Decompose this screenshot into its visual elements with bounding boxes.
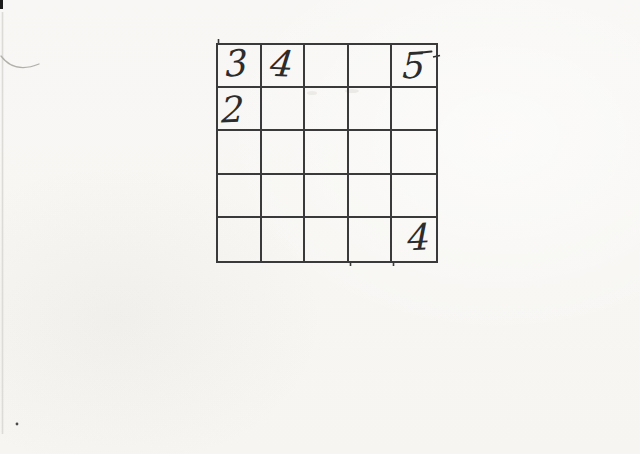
grid-cell-r2c4	[349, 88, 393, 131]
pencil-arc-mark	[1, 56, 39, 67]
grid-cell-r4c4	[349, 175, 393, 218]
grid-cell-r4c2	[262, 175, 306, 218]
grid-cell-r4c5	[392, 175, 436, 218]
handwritten-digit: 3	[221, 45, 247, 83]
grid-cell-r5c5: 4	[392, 218, 436, 261]
grid-cell-r1c5: 5	[392, 45, 436, 88]
grid-cell-r5c3	[305, 218, 349, 261]
grid-cell-r1c1: 3	[218, 45, 262, 88]
grid-cell-r2c5	[392, 88, 436, 131]
scanned-paper-sheet: 34524	[0, 0, 640, 454]
handwritten-digit: 5	[398, 47, 422, 84]
grid-cell-r1c4	[349, 45, 393, 88]
grid-cell-r1c3	[305, 45, 349, 88]
ink-dot	[16, 423, 19, 426]
grid-cell-r4c3	[305, 175, 349, 218]
puzzle-grid: 34524	[216, 43, 438, 263]
grid-cell-r2c1: 2	[218, 88, 262, 131]
grid-cell-r2c2	[262, 88, 306, 131]
grid-cell-r3c3	[305, 131, 349, 174]
handwritten-digit: 2	[218, 91, 242, 128]
grid-cell-r3c1	[218, 131, 262, 174]
handwritten-digit: 4	[266, 45, 291, 82]
grid-cell-r5c1	[218, 218, 262, 261]
grid-cell-r3c5	[392, 131, 436, 174]
grid-cell-r1c2: 4	[262, 45, 306, 88]
grid-cell-r5c4	[349, 218, 393, 261]
grid-cell-r2c3	[305, 88, 349, 131]
grid-cell-r4c1	[218, 175, 262, 218]
grid-cell-r3c2	[262, 131, 306, 174]
grid-cell-r3c4	[349, 131, 393, 174]
scan-corner-mark	[0, 0, 3, 9]
handwritten-digit: 4	[403, 220, 428, 257]
grid-cell-r5c2	[262, 218, 306, 261]
